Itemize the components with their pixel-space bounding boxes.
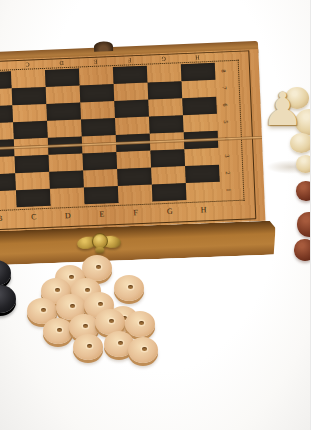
square-f7 [114, 83, 149, 101]
clasp-hook [95, 247, 104, 253]
square-f8 [113, 66, 148, 84]
square-e1 [84, 186, 119, 204]
brown-chess-piece [296, 181, 310, 201]
square-f1 [118, 185, 153, 203]
cream-chess-piece [296, 155, 311, 172]
square-d2 [49, 170, 84, 188]
rank-label: 7 [216, 81, 234, 96]
file-label-far: B [0, 60, 11, 70]
square-d7 [46, 85, 81, 103]
square-g7 [148, 81, 183, 99]
file-label-far: E [78, 56, 112, 66]
square-f5 [115, 117, 150, 135]
square-c7 [12, 87, 47, 105]
board-surface: ABCDEFGH 87654321 ABCDEFGH [0, 49, 265, 235]
square-h5 [183, 114, 218, 132]
square-d6 [46, 102, 81, 120]
square-e3 [82, 152, 117, 170]
square-h1 [186, 182, 221, 200]
light-checker-disc [125, 311, 155, 337]
file-label-far: D [44, 57, 78, 67]
square-c8 [11, 70, 46, 88]
light-checker-disc [43, 318, 73, 344]
brown-chess-piece [294, 239, 310, 261]
square-f6 [114, 100, 149, 118]
square-d5 [47, 119, 82, 137]
file-label: F [119, 206, 154, 221]
file-label-far: H [180, 52, 214, 62]
hinge-knob-icon [94, 41, 113, 52]
square-h3 [184, 148, 219, 166]
file-label: E [85, 207, 120, 222]
square-b6 [0, 105, 13, 123]
square-b1 [0, 190, 17, 208]
file-label: C [17, 210, 52, 225]
square-g8 [147, 64, 182, 82]
square-b7 [0, 88, 12, 106]
square-e8 [79, 67, 114, 85]
file-label-far: F [112, 55, 146, 65]
square-b8 [0, 71, 12, 89]
product-photo-background: ABCDEFGH 87654321 ABCDEFGH ♟ [0, 0, 310, 430]
square-g2 [151, 166, 186, 184]
square-g5 [149, 115, 184, 133]
chess-board-box: ABCDEFGH 87654321 ABCDEFGH [0, 41, 266, 245]
rank-label: 8 [215, 64, 233, 79]
dark-checker-disc [0, 285, 16, 313]
light-checker-disc [73, 334, 103, 360]
square-h6 [182, 97, 217, 115]
square-g6 [148, 98, 183, 116]
square-h8 [181, 63, 216, 81]
rank-label: 5 [217, 115, 235, 130]
square-h2 [185, 165, 220, 183]
file-label: G [153, 204, 188, 219]
square-c3 [14, 155, 49, 173]
square-c1 [16, 189, 51, 207]
rank-label: 3 [219, 148, 237, 163]
square-c2 [15, 172, 50, 190]
brass-clasp-icon [76, 231, 123, 255]
rank-label: 6 [217, 98, 235, 113]
file-label: D [51, 208, 86, 223]
light-checker-disc [114, 275, 144, 301]
file-label: B [0, 211, 17, 226]
square-b3 [0, 156, 15, 174]
file-label-far: C [10, 59, 44, 69]
square-e7 [80, 84, 115, 102]
square-b5 [0, 122, 14, 140]
rank-label: 1 [220, 182, 238, 197]
file-label: H [187, 203, 222, 218]
square-d3 [48, 153, 83, 171]
square-h7 [181, 80, 216, 98]
square-g1 [152, 183, 187, 201]
square-e5 [81, 118, 116, 136]
square-c6 [12, 104, 47, 122]
square-d8 [45, 68, 80, 86]
white-pawn-piece: ♟ [262, 86, 303, 132]
brown-chess-piece [297, 212, 311, 237]
square-c5 [13, 121, 48, 139]
square-e6 [80, 101, 115, 119]
light-checker-disc [128, 337, 158, 363]
square-f2 [117, 168, 152, 186]
rank-label: 2 [220, 165, 238, 180]
board-squares [0, 63, 220, 210]
square-g3 [150, 149, 185, 167]
square-e2 [83, 169, 118, 187]
square-d1 [50, 187, 85, 205]
file-label-far: G [146, 53, 180, 63]
square-f3 [116, 151, 151, 169]
square-b2 [0, 173, 16, 191]
